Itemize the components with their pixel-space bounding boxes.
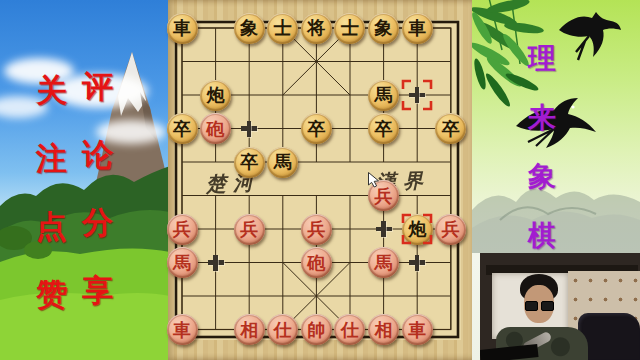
piece-black-advisor[interactable]: 士 (267, 13, 298, 44)
piece-black-horse[interactable]: 馬 (267, 147, 298, 178)
piece-black-king[interactable]: 将 (301, 13, 332, 44)
glasses-icon (525, 301, 554, 311)
left-banner-text-follow-like: 关注点赞 (36, 70, 67, 316)
piece-black-advisor[interactable]: 士 (334, 13, 365, 44)
banner-char: 理 (528, 40, 556, 78)
banner-char: 棋 (528, 217, 556, 255)
banner-char: 关 (36, 70, 67, 112)
xiangqi-board: 楚河 漢界 車象士将士象車炮馬卒卒卒卒卒馬炮砲兵兵兵兵兵馬砲馬車相仕帥仕相車 (168, 0, 478, 360)
piece-red-elephant[interactable]: 相 (368, 314, 399, 345)
piece-black-pawn[interactable]: 卒 (167, 113, 198, 144)
mouse-cursor-icon (368, 172, 380, 188)
piece-black-pawn[interactable]: 卒 (234, 147, 265, 178)
banner-char: 点 (36, 206, 67, 248)
piece-red-rook[interactable]: 車 (167, 314, 198, 345)
piece-black-pawn[interactable]: 卒 (435, 113, 466, 144)
point-marker-icon (376, 221, 392, 237)
banner-char: 享 (82, 270, 113, 312)
piece-red-horse[interactable]: 馬 (368, 247, 399, 278)
point-marker-icon (409, 87, 425, 103)
webcam-overlay (480, 253, 640, 360)
piece-red-pawn[interactable]: 兵 (234, 214, 265, 245)
point-marker-icon (409, 255, 425, 271)
banner-char: 分 (82, 202, 113, 244)
piece-black-cannon[interactable]: 炮 (200, 80, 231, 111)
piece-black-rook[interactable]: 車 (167, 13, 198, 44)
banner-char: 赞 (36, 274, 67, 316)
piece-red-cannon[interactable]: 砲 (301, 247, 332, 278)
swallow-icon (558, 8, 622, 66)
piece-red-elephant[interactable]: 相 (234, 314, 265, 345)
piece-black-pawn[interactable]: 卒 (301, 113, 332, 144)
piece-black-pawn[interactable]: 卒 (368, 113, 399, 144)
piece-red-rook[interactable]: 車 (402, 314, 433, 345)
piece-red-advisor[interactable]: 仕 (267, 314, 298, 345)
piece-red-pawn[interactable]: 兵 (167, 214, 198, 245)
piece-red-king[interactable]: 帥 (301, 314, 332, 345)
desk-edge (480, 344, 539, 360)
piece-red-pawn[interactable]: 兵 (435, 214, 466, 245)
banner-char: 来 (528, 99, 556, 137)
banner-char: 评 (82, 66, 113, 108)
point-marker-icon (208, 255, 224, 271)
piece-red-pawn[interactable]: 兵 (301, 214, 332, 245)
piece-black-elephant[interactable]: 象 (368, 13, 399, 44)
banner-char: 论 (82, 134, 113, 176)
left-banner-text-comment-share: 评论分享 (82, 66, 113, 312)
piece-black-horse[interactable]: 馬 (368, 80, 399, 111)
piece-black-elephant[interactable]: 象 (234, 13, 265, 44)
channel-title-text: 理来象棋 (528, 40, 556, 255)
piece-red-cannon[interactable]: 砲 (200, 113, 231, 144)
piece-black-cannon[interactable]: 炮 (402, 214, 433, 245)
piece-red-advisor[interactable]: 仕 (334, 314, 365, 345)
piece-black-rook[interactable]: 車 (402, 13, 433, 44)
right-panel: 理来象棋 (472, 0, 640, 360)
ink-mountains (472, 158, 640, 253)
piece-red-horse[interactable]: 馬 (167, 247, 198, 278)
banner-char: 象 (528, 158, 556, 196)
point-marker-icon (241, 121, 257, 137)
board-intersections: 車象士将士象車炮馬卒卒卒卒卒馬炮砲兵兵兵兵兵馬砲馬車相仕帥仕相車 (165, 11, 467, 346)
left-background: 关注点赞 评论分享 (0, 0, 170, 360)
video-frame: 关注点赞 评论分享 楚河 漢界 車象士将士象車炮馬卒卒卒卒卒馬炮砲兵兵兵兵兵馬砲… (0, 0, 640, 360)
banner-char: 注 (36, 138, 67, 180)
